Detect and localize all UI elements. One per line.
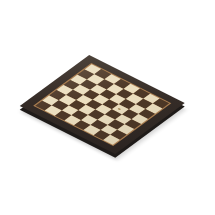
maker-logo-speck bbox=[118, 108, 122, 110]
chessboard bbox=[20, 55, 185, 154]
product-photo bbox=[0, 0, 215, 215]
